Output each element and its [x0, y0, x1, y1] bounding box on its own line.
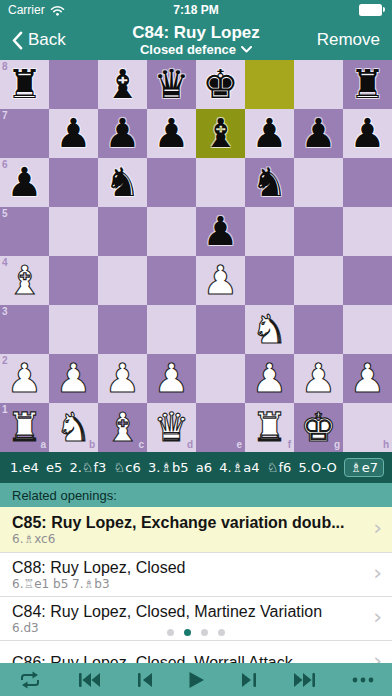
square-f4[interactable] — [245, 256, 294, 305]
square-e4[interactable]: ♟ — [196, 256, 245, 305]
square-d8[interactable]: ♛ — [147, 60, 196, 109]
chevron-left-icon — [12, 31, 23, 50]
page-title: C84: Ruy Lopez — [132, 23, 260, 42]
more-icon — [352, 677, 374, 683]
move-token-3[interactable]: 2.♘f3 — [69, 460, 106, 475]
chevron-right-icon: › — [365, 608, 386, 630]
playback-toolbar — [0, 663, 392, 696]
piece-white-pawn: ♟ — [350, 358, 386, 398]
square-g4[interactable] — [294, 256, 343, 305]
piece-white-king: ♚ — [301, 407, 337, 447]
piece-white-pawn: ♟ — [56, 358, 92, 398]
nav-bar: Back C84: Ruy Lopez Closed defence Remov… — [0, 20, 392, 60]
square-f5[interactable] — [245, 207, 294, 256]
square-h6[interactable] — [343, 158, 392, 207]
coord-rank-3: 3 — [2, 307, 8, 317]
square-e8[interactable]: ♚ — [196, 60, 245, 109]
back-button[interactable]: Back — [12, 30, 66, 50]
square-g2[interactable]: ♟ — [294, 354, 343, 403]
piece-white-pawn: ♟ — [203, 260, 239, 300]
square-e7[interactable]: ♝ — [196, 109, 245, 158]
square-c3[interactable] — [98, 305, 147, 354]
square-c5[interactable] — [98, 207, 147, 256]
square-g7[interactable]: ♟ — [294, 109, 343, 158]
coord-rank-5: 5 — [2, 209, 8, 219]
chevron-right-icon: › — [365, 564, 386, 586]
square-a1[interactable]: 1a♜ — [0, 403, 49, 452]
move-token-5[interactable]: 3.♗b5 — [148, 460, 189, 475]
page-dot-4[interactable] — [218, 629, 225, 636]
move-token-1[interactable]: 1.e4 — [10, 460, 39, 475]
repeat-icon — [18, 671, 42, 689]
chess-board: 8♜♝♛♚♜7♟♟♟♝♟♟♟6♟♞♞5♟4♝♟3♞2♟♟♟♟♟♟♟1a♜b♞c♝… — [0, 60, 392, 452]
square-e3[interactable] — [196, 305, 245, 354]
piece-white-bishop: ♝ — [7, 260, 43, 300]
square-a8[interactable]: 8♜ — [0, 60, 49, 109]
square-g1[interactable]: g♚ — [294, 403, 343, 452]
square-c2[interactable]: ♟ — [98, 354, 147, 403]
move-token-8[interactable]: ♘f6 — [267, 460, 292, 475]
skip-to-start-icon — [78, 672, 101, 688]
chevron-right-icon: › — [365, 652, 386, 664]
chevron-down-icon — [241, 46, 252, 53]
related-opening-item[interactable]: C86: Ruy Lopez, Closed, Worrall Attack› — [0, 641, 392, 663]
move-token-10[interactable]: ♗e7 — [344, 458, 384, 477]
piece-black-knight: ♞ — [252, 162, 288, 202]
square-e5[interactable]: ♟ — [196, 207, 245, 256]
piece-white-pawn: ♟ — [252, 358, 288, 398]
square-f7[interactable]: ♟ — [245, 109, 294, 158]
page-dot-1[interactable] — [167, 629, 174, 636]
square-b2[interactable]: ♟ — [49, 354, 98, 403]
move-token-4[interactable]: ♘c6 — [114, 460, 141, 475]
next-icon — [241, 672, 257, 688]
previous-move-button[interactable] — [135, 670, 155, 690]
square-c4[interactable] — [98, 256, 147, 305]
square-b8[interactable] — [49, 60, 98, 109]
square-c8[interactable]: ♝ — [98, 60, 147, 109]
piece-black-pawn: ♟ — [350, 113, 386, 153]
opening-title: C86: Ruy Lopez, Closed, Worrall Attack — [12, 653, 365, 663]
move-bar: 1.e4e52.♘f3♘c63.♗b5a64.♗a4♘f65.O-O♗e7 — [0, 452, 392, 483]
related-opening-item[interactable]: C88: Ruy Lopez, Closed6.♖e1 b5 7.♗b3› — [0, 553, 392, 597]
repeat-button[interactable] — [16, 669, 44, 691]
piece-white-pawn: ♟ — [7, 358, 43, 398]
piece-black-knight: ♞ — [105, 162, 141, 202]
opening-moves: 6.♖e1 b5 7.♗b3 — [12, 577, 365, 591]
skip-to-end-button[interactable] — [291, 670, 318, 690]
piece-black-pawn: ♟ — [203, 211, 239, 251]
square-h3[interactable] — [343, 305, 392, 354]
square-d6[interactable] — [147, 158, 196, 207]
previous-icon — [137, 672, 153, 688]
next-move-button[interactable] — [239, 670, 259, 690]
square-a2[interactable]: 2♟ — [0, 354, 49, 403]
square-e6[interactable] — [196, 158, 245, 207]
square-h7[interactable]: ♟ — [343, 109, 392, 158]
square-g8[interactable] — [294, 60, 343, 109]
clock: 7:18 PM — [0, 3, 392, 17]
square-f3[interactable]: ♞ — [245, 305, 294, 354]
skip-to-start-button[interactable] — [76, 670, 103, 690]
square-f6[interactable]: ♞ — [245, 158, 294, 207]
square-h2[interactable]: ♟ — [343, 354, 392, 403]
piece-black-bishop: ♝ — [203, 113, 239, 153]
opening-moves: 6.♗xc6 — [12, 532, 365, 546]
piece-black-rook: ♜ — [350, 64, 386, 104]
app-window: Carrier 7:18 PM Back C84: Ruy Lopez Clos… — [0, 0, 392, 696]
move-token-7[interactable]: 4.♗a4 — [219, 460, 259, 475]
piece-white-pawn: ♟ — [105, 358, 141, 398]
square-h5[interactable] — [343, 207, 392, 256]
square-d2[interactable]: ♟ — [147, 354, 196, 403]
piece-black-rook: ♜ — [7, 64, 43, 104]
piece-black-pawn: ♟ — [252, 113, 288, 153]
play-icon — [188, 671, 205, 689]
opening-title: C88: Ruy Lopez, Closed — [12, 558, 365, 577]
square-d3[interactable] — [147, 305, 196, 354]
piece-black-pawn: ♟ — [7, 162, 43, 202]
variation-label: Closed defence — [140, 42, 236, 57]
square-h1[interactable]: h — [343, 403, 392, 452]
square-b7[interactable]: ♟ — [49, 109, 98, 158]
square-g5[interactable] — [294, 207, 343, 256]
square-d7[interactable]: ♟ — [147, 109, 196, 158]
piece-black-queen: ♛ — [154, 64, 190, 104]
square-a3[interactable]: 3 — [0, 305, 49, 354]
page-dot-2[interactable] — [184, 629, 191, 636]
square-d1[interactable]: d♛ — [147, 403, 196, 452]
move-token-2[interactable]: e5 — [46, 460, 62, 475]
piece-white-queen: ♛ — [154, 407, 190, 447]
more-button[interactable] — [350, 675, 376, 685]
opening-title: C85: Ruy Lopez, Exchange variation doub.… — [12, 513, 365, 532]
square-e2[interactable] — [196, 354, 245, 403]
square-f8[interactable] — [245, 60, 294, 109]
opening-title: C84: Ruy Lopez, Closed, Martinez Variati… — [12, 602, 365, 621]
piece-black-bishop: ♝ — [105, 64, 141, 104]
coord-file-h: h — [383, 440, 389, 450]
related-list: C85: Ruy Lopez, Exchange variation doub.… — [0, 507, 392, 663]
status-bar: Carrier 7:18 PM — [0, 0, 392, 20]
skip-to-end-icon — [293, 672, 316, 688]
piece-white-rook: ♜ — [7, 407, 43, 447]
related-opening-item[interactable]: C85: Ruy Lopez, Exchange variation doub.… — [0, 507, 392, 553]
square-b1[interactable]: b♞ — [49, 403, 98, 452]
piece-white-pawn: ♟ — [301, 358, 337, 398]
piece-black-pawn: ♟ — [105, 113, 141, 153]
piece-black-pawn: ♟ — [56, 113, 92, 153]
square-g3[interactable] — [294, 305, 343, 354]
square-h4[interactable] — [343, 256, 392, 305]
square-f2[interactable]: ♟ — [245, 354, 294, 403]
square-g6[interactable] — [294, 158, 343, 207]
page-dot-3[interactable] — [201, 629, 208, 636]
back-label: Back — [28, 30, 66, 50]
piece-black-pawn: ♟ — [301, 113, 337, 153]
square-h8[interactable]: ♜ — [343, 60, 392, 109]
page-dots[interactable] — [167, 629, 225, 636]
variation-selector[interactable]: Closed defence — [140, 42, 252, 57]
piece-black-pawn: ♟ — [154, 113, 190, 153]
square-a5[interactable]: 5 — [0, 207, 49, 256]
square-c7[interactable]: ♟ — [98, 109, 147, 158]
piece-white-knight: ♞ — [252, 309, 288, 349]
battery-icon — [359, 4, 382, 16]
square-a4[interactable]: 4♝ — [0, 256, 49, 305]
piece-white-rook: ♜ — [252, 407, 288, 447]
remove-button[interactable]: Remove — [317, 30, 380, 50]
play-button[interactable] — [186, 669, 207, 691]
square-d5[interactable] — [147, 207, 196, 256]
square-a7[interactable]: 7 — [0, 109, 49, 158]
move-token-6[interactable]: a6 — [196, 460, 212, 475]
coord-file-f: f — [288, 440, 291, 450]
piece-white-pawn: ♟ — [154, 358, 190, 398]
piece-white-bishop: ♝ — [105, 407, 141, 447]
square-c1[interactable]: c♝ — [98, 403, 147, 452]
square-e1[interactable]: e — [196, 403, 245, 452]
move-token-9[interactable]: 5.O-O — [298, 460, 336, 475]
piece-black-king: ♚ — [203, 64, 239, 104]
related-header: Related openings: — [0, 483, 392, 507]
square-b6[interactable] — [49, 158, 98, 207]
square-c6[interactable]: ♞ — [98, 158, 147, 207]
square-d4[interactable] — [147, 256, 196, 305]
square-b5[interactable] — [49, 207, 98, 256]
square-f1[interactable]: f♜ — [245, 403, 294, 452]
square-b4[interactable] — [49, 256, 98, 305]
coord-file-e: e — [236, 440, 242, 450]
coord-rank-7: 7 — [2, 111, 8, 121]
square-a6[interactable]: 6♟ — [0, 158, 49, 207]
piece-white-knight: ♞ — [56, 407, 92, 447]
chevron-right-icon: › — [365, 519, 386, 541]
square-b3[interactable] — [49, 305, 98, 354]
